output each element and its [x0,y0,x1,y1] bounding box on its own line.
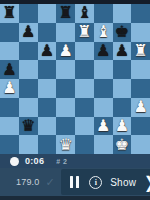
square-g5[interactable] [113,60,132,79]
square-h4[interactable] [131,79,150,98]
square-e5[interactable] [75,60,94,79]
square-e1[interactable] [75,135,94,154]
square-a7[interactable] [0,23,19,42]
black-pawn: ♟ [96,42,110,58]
white-pawn: ♟ [115,117,129,133]
square-e2[interactable] [75,117,94,136]
square-f7[interactable]: ♝ [94,23,113,42]
square-f1[interactable] [94,135,113,154]
rating-value: 179.0 [16,177,40,187]
pause-button[interactable] [68,174,82,190]
control-panel: i Show ❯ [61,169,150,195]
white-king: ♚ [115,136,129,152]
square-f8[interactable] [94,4,113,23]
square-h7[interactable] [131,23,150,42]
black-rook: ♜ [2,5,16,21]
square-a6[interactable] [0,42,19,61]
control-bar: 179.0 ✓ i Show ❯ [0,168,150,196]
square-e4[interactable] [75,79,94,98]
white-pawn: ♟ [96,117,110,133]
black-bishop: ♝ [77,5,91,21]
square-c6[interactable]: ♟ [38,42,57,61]
square-c5[interactable] [38,60,57,79]
black-rook: ♜ [58,5,72,21]
status-bar: 0:06 # 2 [0,154,150,168]
square-e3[interactable] [75,98,94,117]
white-pawn: ♟ [133,99,147,115]
chess-puzzle-app: ♜♜♝♟♜♝♚♟♟♟♟♜♟♟♟♛♟♟♛♚ 0:06 # 2 179.0 ✓ i … [0,0,150,200]
black-queen: ♛ [21,117,35,133]
white-bishop: ♝ [96,24,110,40]
white-to-move-icon [10,157,19,166]
square-f3[interactable] [94,98,113,117]
square-c1[interactable] [38,135,57,154]
square-a1[interactable] [0,135,19,154]
clock: 0:06 [25,156,44,166]
square-g7[interactable]: ♚ [113,23,132,42]
square-h3[interactable]: ♟ [131,98,150,117]
square-g8[interactable] [113,4,132,23]
square-c2[interactable] [38,117,57,136]
square-d5[interactable] [56,60,75,79]
square-b7[interactable]: ♟ [19,23,38,42]
square-f5[interactable] [94,60,113,79]
square-a8[interactable]: ♜ [0,4,19,23]
square-g6[interactable]: ♟ [113,42,132,61]
square-c3[interactable] [38,98,57,117]
square-h5[interactable] [131,60,150,79]
square-c4[interactable] [38,79,57,98]
square-h2[interactable] [131,117,150,136]
square-f2[interactable]: ♟ [94,117,113,136]
square-d7[interactable] [56,23,75,42]
square-b1[interactable] [19,135,38,154]
square-e6[interactable] [75,42,94,61]
square-d3[interactable] [56,98,75,117]
square-f6[interactable]: ♟ [94,42,113,61]
square-b2[interactable]: ♛ [19,117,38,136]
white-rook: ♜ [77,24,91,40]
square-b6[interactable] [19,42,38,61]
white-queen: ♛ [58,136,72,152]
square-h1[interactable] [131,135,150,154]
black-king: ♚ [115,24,129,40]
black-pawn: ♟ [115,42,129,58]
square-g1[interactable]: ♚ [113,135,132,154]
black-pawn: ♟ [40,42,54,58]
square-b3[interactable] [19,98,38,117]
puzzle-number: # 2 [56,158,67,165]
check-icon: ✓ [46,176,55,189]
show-button[interactable]: Show [110,177,136,188]
square-a3[interactable] [0,98,19,117]
square-c8[interactable] [38,4,57,23]
next-button[interactable]: ❯ [144,174,150,190]
square-g2[interactable]: ♟ [113,117,132,136]
square-g3[interactable] [113,98,132,117]
white-pawn: ♟ [58,42,72,58]
bottom-strip [0,196,150,200]
square-a4[interactable]: ♟ [0,79,19,98]
white-rook: ♜ [133,42,147,58]
square-a2[interactable] [0,117,19,136]
square-d8[interactable]: ♜ [56,4,75,23]
square-b8[interactable] [19,4,38,23]
square-h8[interactable] [131,4,150,23]
white-pawn: ♟ [2,80,16,96]
square-d4[interactable] [56,79,75,98]
square-f4[interactable] [94,79,113,98]
square-g4[interactable] [113,79,132,98]
square-d1[interactable]: ♛ [56,135,75,154]
black-pawn: ♟ [2,61,16,77]
square-c7[interactable] [38,23,57,42]
square-b5[interactable] [19,60,38,79]
square-b4[interactable] [19,79,38,98]
square-e7[interactable]: ♜ [75,23,94,42]
black-pawn: ♟ [21,24,35,40]
square-a5[interactable]: ♟ [0,60,19,79]
square-e8[interactable]: ♝ [75,4,94,23]
chess-board[interactable]: ♜♜♝♟♜♝♚♟♟♟♟♜♟♟♟♛♟♟♛♚ [0,4,150,154]
square-d6[interactable]: ♟ [56,42,75,61]
square-h6[interactable]: ♜ [131,42,150,61]
square-d2[interactable] [56,117,75,136]
info-button[interactable]: i [89,176,102,189]
